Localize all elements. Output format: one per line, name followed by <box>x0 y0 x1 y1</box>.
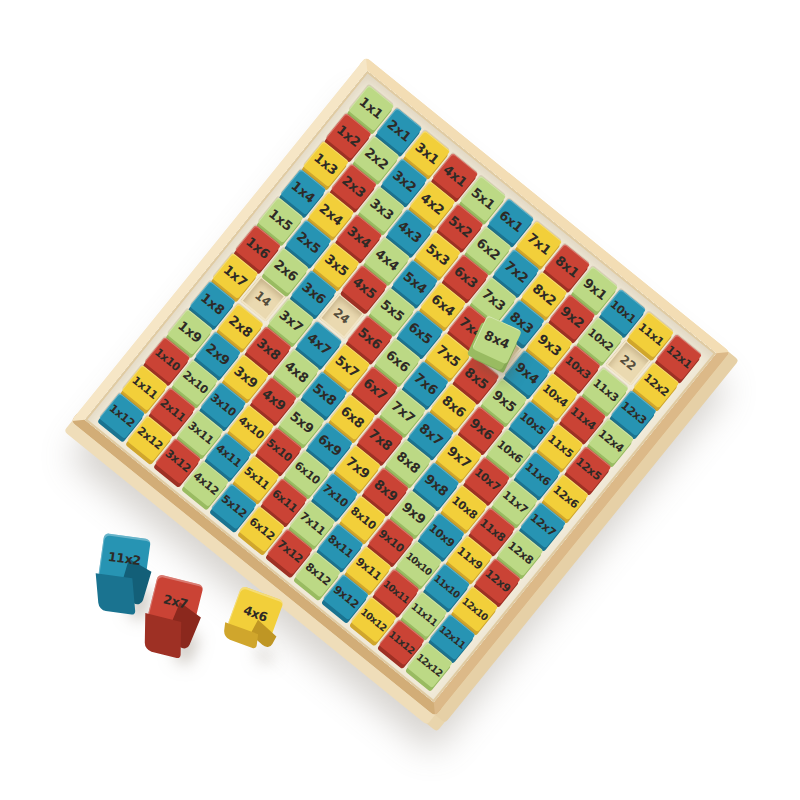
cube-label: 7x10 <box>320 482 351 510</box>
cube-label: 12x1 <box>664 343 695 371</box>
cube-label: 1x5 <box>266 206 296 234</box>
cube-label: 10x9 <box>426 522 457 550</box>
cube-label: 3x10 <box>208 391 239 419</box>
cube-label: 11x2 <box>107 549 142 568</box>
cube-label: 10x12 <box>359 606 389 633</box>
cube-label: 4x1 <box>440 162 470 190</box>
loose-cube-11x2[interactable]: 11x2 <box>98 533 151 584</box>
cube-label: 6x6 <box>383 347 413 375</box>
cube-label: 7x11 <box>297 510 328 538</box>
cube-label: 11x10 <box>432 573 462 600</box>
cube-label: 9x1 <box>580 275 610 303</box>
cube-label: 12x4 <box>596 427 627 455</box>
cube-label: 9x5 <box>490 387 520 415</box>
cube-label: 11x3 <box>590 376 621 404</box>
cube-label: 10x10 <box>404 550 434 577</box>
cube-label: 8x11 <box>325 532 356 560</box>
cube-label: 12x12 <box>415 651 445 678</box>
cube-label: 2x2 <box>362 145 392 173</box>
cube-label: 6x9 <box>315 431 345 459</box>
cube-label: 6x3 <box>451 263 481 291</box>
cube-label: 6x10 <box>292 459 323 487</box>
loose-cube-4x6[interactable]: 4x6 <box>227 586 284 642</box>
cube-label: 7x9 <box>343 454 373 482</box>
cube-label: 10x8 <box>449 494 480 522</box>
cube-label: 1x10 <box>152 346 183 374</box>
cube-label: 10x5 <box>517 410 548 438</box>
cube-label: 5x3 <box>423 241 453 269</box>
cube-label: 4x4 <box>372 246 402 274</box>
cube-label: 12x10 <box>460 595 490 622</box>
cube-label: 6x4 <box>428 291 458 319</box>
cube-label: 3x8 <box>254 335 284 363</box>
cube-label: 8x12 <box>303 560 334 588</box>
cube-label: 10x4 <box>540 382 571 410</box>
cube-label: 3x1 <box>412 139 442 167</box>
cube-label: 11x12 <box>387 629 417 656</box>
cube-label: 10x7 <box>472 466 503 494</box>
cube-label: 1x9 <box>175 318 205 346</box>
cube-label: 12x9 <box>482 567 513 595</box>
cube-label: 1x3 <box>311 150 341 178</box>
cube-label: 5x10 <box>264 436 295 464</box>
cube-label: 3x9 <box>231 363 261 391</box>
cube-label: 8x6 <box>439 393 469 421</box>
cube-label: 1x8 <box>198 290 228 318</box>
cube-label: 4x7 <box>304 330 334 358</box>
recess-answer: 24 <box>331 305 353 326</box>
cube-label: 1x6 <box>243 234 273 262</box>
cube-label: 3x12 <box>163 447 194 475</box>
cube-label: 3x11 <box>185 419 216 447</box>
cube-label: 11x9 <box>454 544 485 572</box>
cube-label: 8x2 <box>530 281 560 309</box>
cube-label: 10x11 <box>381 578 411 605</box>
cube-label: 4x2 <box>418 190 448 218</box>
cube-label: 9x6 <box>467 415 497 443</box>
cube-label: 9x3 <box>535 331 565 359</box>
cube-label: 4x8 <box>282 358 312 386</box>
cube-label: 6x1 <box>496 207 526 235</box>
cube-label: 2x10 <box>180 368 211 396</box>
cube-label: 8x10 <box>348 504 379 532</box>
cube-label: 5x6 <box>355 325 385 353</box>
cube-label: 3x4 <box>344 223 374 251</box>
cube-label: 6x11 <box>269 487 300 515</box>
cube-label: 6x12 <box>247 515 278 543</box>
cube-label: 3x7 <box>276 307 306 335</box>
cube-label: 10x6 <box>494 438 525 466</box>
cube-label: 2x4 <box>316 201 346 229</box>
cube-label: 11x4 <box>568 404 599 432</box>
cube-label: 8x9 <box>371 476 401 504</box>
recess-answer: 22 <box>617 352 639 373</box>
cube-label: 5x8 <box>310 381 340 409</box>
cube-label: 1x4 <box>288 178 318 206</box>
cube-label: 11x5 <box>545 432 576 460</box>
cube-label: 1x2 <box>334 122 364 150</box>
cube-label: 7x2 <box>502 258 532 286</box>
cube-label: 12x3 <box>618 399 649 427</box>
cube-label: 9x7 <box>444 443 474 471</box>
cube-label: 11x6 <box>522 460 553 488</box>
cube-label: 5x1 <box>468 185 498 213</box>
cube-label: 2x9 <box>203 341 233 369</box>
cube-label: 9x9 <box>399 499 429 527</box>
cube-label: 3x3 <box>367 195 397 223</box>
cube-label: 4x11 <box>213 442 244 470</box>
cube-label: 6x7 <box>360 375 390 403</box>
cube-label: 5x11 <box>241 464 272 492</box>
cube-label: 11x8 <box>477 516 508 544</box>
scene: 1x12x13x14x15x16x17x18x19x110x111x112x11… <box>0 0 800 800</box>
cube-label: 3x2 <box>390 167 420 195</box>
cube-label: 8x8 <box>394 448 424 476</box>
cube-label: 6x5 <box>406 319 436 347</box>
cube-label: 2x11 <box>157 396 188 424</box>
cube-label: 10x3 <box>562 354 593 382</box>
cube-label: 9x4 <box>512 359 542 387</box>
cube-label: 3x6 <box>299 279 329 307</box>
cube-label: 4x6 <box>241 602 269 624</box>
cube-label: 2x7 <box>162 591 189 611</box>
cube-label: 1x12 <box>107 402 138 430</box>
cube-label: 7x8 <box>366 426 396 454</box>
cube-label: 1x7 <box>221 262 251 290</box>
cube-label: 5x5 <box>378 297 408 325</box>
cube-label: 8x7 <box>416 420 446 448</box>
cube-label: 7x1 <box>524 230 554 258</box>
cube-label: 5x12 <box>219 492 250 520</box>
cube-label: 8x5 <box>462 365 492 393</box>
cube-label: 9x12 <box>331 583 362 611</box>
cube-label: 12x11 <box>437 623 467 650</box>
cube-label: 2x6 <box>271 257 301 285</box>
cube-label: 5x7 <box>332 353 362 381</box>
cube-label: 7x12 <box>275 538 306 566</box>
cube-label: 5x4 <box>400 269 430 297</box>
cube-label: 6x2 <box>474 235 504 263</box>
cube-label: 12x7 <box>528 511 559 539</box>
cube-label: 3x5 <box>322 251 352 279</box>
cube-label: 2x5 <box>294 229 324 257</box>
cube-label: 10x1 <box>608 298 639 326</box>
cube-label: 7x5 <box>434 342 464 370</box>
cube-label: 11x7 <box>500 488 531 516</box>
loose-cube-2x7[interactable]: 2x7 <box>147 574 203 629</box>
cube-label: 11x1 <box>636 320 667 348</box>
cube-label: 9x8 <box>422 471 452 499</box>
cube-label: 4x3 <box>395 218 425 246</box>
cube-label: 4x9 <box>259 386 289 414</box>
cube-label: 5x9 <box>287 408 317 436</box>
cube-label: 1x11 <box>129 374 160 402</box>
cube-label: 11x11 <box>409 601 439 628</box>
cube-label: 8x1 <box>552 253 582 281</box>
cube-label: 10x2 <box>585 326 616 354</box>
cube-label: 7x3 <box>479 286 509 314</box>
cube-label: 2x1 <box>384 117 414 145</box>
cube-label: 1x1 <box>356 94 386 122</box>
recess-answer: 14 <box>252 288 274 309</box>
cube-label: 7x6 <box>411 370 441 398</box>
cube-label: 12x5 <box>573 455 604 483</box>
cube-label: 6x8 <box>338 403 368 431</box>
cube-label: 8x4 <box>482 327 512 352</box>
cube-label: 2x3 <box>339 173 369 201</box>
cube-label: 9x2 <box>558 303 588 331</box>
cube-label: 4x12 <box>191 470 222 498</box>
cube-label: 2x8 <box>226 313 256 341</box>
cube-label: 4x5 <box>350 274 380 302</box>
cube-label: 4x10 <box>236 414 267 442</box>
cube-label: 5x2 <box>446 213 476 241</box>
cube-label: 9x10 <box>376 527 407 555</box>
cube-label: 12x2 <box>641 371 672 399</box>
cube-label: 9x11 <box>353 555 384 583</box>
cube-label: 12x6 <box>550 483 581 511</box>
cube-label: 12x8 <box>505 539 536 567</box>
cube-label: 7x7 <box>388 398 418 426</box>
cube-label: 2x12 <box>135 424 166 452</box>
